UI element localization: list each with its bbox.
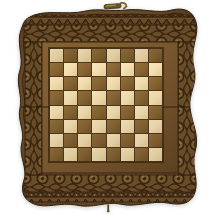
square-f8[interactable] bbox=[121, 49, 134, 62]
square-d3[interactable] bbox=[92, 120, 105, 133]
square-g4[interactable] bbox=[135, 106, 148, 119]
square-f7[interactable] bbox=[121, 63, 134, 76]
square-h3[interactable] bbox=[149, 120, 162, 133]
square-g1[interactable] bbox=[135, 148, 148, 161]
square-h5[interactable] bbox=[149, 91, 162, 104]
square-g2[interactable] bbox=[135, 134, 148, 147]
square-e2[interactable] bbox=[107, 134, 120, 147]
square-a1[interactable] bbox=[50, 148, 63, 161]
square-b1[interactable] bbox=[64, 148, 77, 161]
square-a8[interactable] bbox=[50, 49, 63, 62]
square-a4[interactable] bbox=[50, 106, 63, 119]
square-g6[interactable] bbox=[135, 77, 148, 90]
square-b8[interactable] bbox=[64, 49, 77, 62]
square-b5[interactable] bbox=[64, 91, 77, 104]
square-d4[interactable] bbox=[92, 106, 105, 119]
square-c4[interactable] bbox=[78, 106, 91, 119]
square-h1[interactable] bbox=[149, 148, 162, 161]
square-a7[interactable] bbox=[50, 63, 63, 76]
square-b2[interactable] bbox=[64, 134, 77, 147]
square-d6[interactable] bbox=[92, 77, 105, 90]
square-g7[interactable] bbox=[135, 63, 148, 76]
square-h6[interactable] bbox=[149, 77, 162, 90]
square-a2[interactable] bbox=[50, 134, 63, 147]
square-g8[interactable] bbox=[135, 49, 148, 62]
square-b3[interactable] bbox=[64, 120, 77, 133]
chess-case-photo bbox=[0, 0, 220, 220]
square-d8[interactable] bbox=[92, 49, 105, 62]
square-b6[interactable] bbox=[64, 77, 77, 90]
square-e1[interactable] bbox=[107, 148, 120, 161]
hinge-pin bbox=[107, 205, 110, 213]
square-a3[interactable] bbox=[50, 120, 63, 133]
square-c7[interactable] bbox=[78, 63, 91, 76]
square-e3[interactable] bbox=[107, 120, 120, 133]
square-h8[interactable] bbox=[149, 49, 162, 62]
square-d5[interactable] bbox=[92, 91, 105, 104]
chess-board[interactable] bbox=[49, 48, 163, 162]
square-c1[interactable] bbox=[78, 148, 91, 161]
square-b7[interactable] bbox=[64, 63, 77, 76]
square-c2[interactable] bbox=[78, 134, 91, 147]
square-e6[interactable] bbox=[107, 77, 120, 90]
square-h2[interactable] bbox=[149, 134, 162, 147]
square-f2[interactable] bbox=[121, 134, 134, 147]
square-f3[interactable] bbox=[121, 120, 134, 133]
square-f1[interactable] bbox=[121, 148, 134, 161]
square-e7[interactable] bbox=[107, 63, 120, 76]
square-c3[interactable] bbox=[78, 120, 91, 133]
square-b4[interactable] bbox=[64, 106, 77, 119]
square-d1[interactable] bbox=[92, 148, 105, 161]
square-e4[interactable] bbox=[107, 106, 120, 119]
square-g5[interactable] bbox=[135, 91, 148, 104]
square-e8[interactable] bbox=[107, 49, 120, 62]
square-c6[interactable] bbox=[78, 77, 91, 90]
square-c5[interactable] bbox=[78, 91, 91, 104]
square-f6[interactable] bbox=[121, 77, 134, 90]
square-f4[interactable] bbox=[121, 106, 134, 119]
square-a6[interactable] bbox=[50, 77, 63, 90]
square-f5[interactable] bbox=[121, 91, 134, 104]
square-h7[interactable] bbox=[149, 63, 162, 76]
square-a5[interactable] bbox=[50, 91, 63, 104]
latch-clasp bbox=[104, 3, 127, 9]
square-c8[interactable] bbox=[78, 49, 91, 62]
square-d7[interactable] bbox=[92, 63, 105, 76]
square-d2[interactable] bbox=[92, 134, 105, 147]
square-e5[interactable] bbox=[107, 91, 120, 104]
square-g3[interactable] bbox=[135, 120, 148, 133]
square-h4[interactable] bbox=[149, 106, 162, 119]
